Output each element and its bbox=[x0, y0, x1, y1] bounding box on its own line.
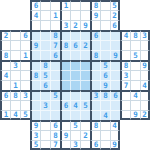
cell-r11c14[interactable]: 2 bbox=[140, 110, 150, 120]
given-digit: 6 bbox=[34, 2, 39, 10]
cell-r2c10[interactable] bbox=[100, 20, 110, 30]
cell-r8c0[interactable] bbox=[0, 80, 10, 90]
cell-r9c0[interactable]: 6 bbox=[0, 90, 10, 100]
cell-r13c9[interactable] bbox=[90, 130, 100, 140]
cell-r11c13[interactable]: 9 bbox=[130, 110, 140, 120]
given-digit: 8 bbox=[133, 32, 138, 40]
cell-r12c12 bbox=[120, 120, 130, 130]
cell-r6c8[interactable] bbox=[80, 60, 90, 70]
cell-r11c7[interactable] bbox=[70, 110, 80, 120]
cell-r14c14 bbox=[140, 140, 150, 150]
cell-r8c3[interactable] bbox=[30, 80, 40, 90]
cell-r6c0[interactable] bbox=[0, 60, 10, 70]
given-digit: 2 bbox=[83, 42, 88, 50]
cell-r11c3[interactable] bbox=[30, 110, 40, 120]
cell-r12c6[interactable] bbox=[60, 120, 70, 130]
cell-r4c1[interactable] bbox=[10, 40, 20, 50]
cell-r14c6[interactable] bbox=[60, 140, 70, 150]
cell-r12c0 bbox=[0, 120, 10, 130]
cell-r8c5[interactable] bbox=[50, 80, 60, 90]
cell-r6c9[interactable] bbox=[90, 60, 100, 70]
cell-r5c5[interactable]: 6 bbox=[50, 50, 60, 60]
cell-r14c8[interactable] bbox=[80, 140, 90, 150]
cell-r7c10[interactable]: 6 bbox=[100, 70, 110, 80]
cell-r10c12[interactable] bbox=[120, 100, 130, 110]
given-digit: 9 bbox=[142, 62, 147, 70]
cell-r14c7[interactable]: 3 bbox=[70, 140, 80, 150]
given-digit: 6 bbox=[43, 82, 48, 90]
cell-r14c0 bbox=[0, 140, 10, 150]
cell-r7c14[interactable] bbox=[140, 70, 150, 80]
cell-r2c6[interactable]: 3 bbox=[60, 20, 70, 30]
given-digit: 8 bbox=[94, 2, 99, 10]
cell-r3c13[interactable]: 8 bbox=[130, 30, 140, 40]
given-digit: 3 bbox=[142, 32, 147, 40]
given-digit: 8 bbox=[103, 92, 108, 100]
cell-r1c3[interactable]: 4 bbox=[30, 10, 40, 20]
cell-r12c4[interactable] bbox=[40, 120, 50, 130]
given-digit: 9 bbox=[133, 111, 138, 119]
cell-r7c13[interactable] bbox=[130, 70, 140, 80]
cell-r0c6[interactable]: 1 bbox=[60, 0, 70, 10]
cell-r0c8[interactable] bbox=[80, 0, 90, 10]
cell-r5c13[interactable]: 5 bbox=[130, 50, 140, 60]
cell-r13c4[interactable] bbox=[40, 130, 50, 140]
cell-r5c3[interactable] bbox=[30, 50, 40, 60]
cell-r1c2 bbox=[20, 10, 30, 20]
cell-r11c1[interactable]: 4 bbox=[10, 110, 20, 120]
cell-r8c9[interactable] bbox=[90, 80, 100, 90]
given-digit: 5 bbox=[103, 62, 108, 70]
cell-r10c0[interactable] bbox=[0, 100, 10, 110]
cell-r8c4[interactable]: 6 bbox=[40, 80, 50, 90]
cell-r13c7[interactable] bbox=[70, 130, 80, 140]
cell-r5c12[interactable] bbox=[120, 50, 130, 60]
cell-r5c4[interactable] bbox=[40, 50, 50, 60]
cell-r14c10[interactable] bbox=[100, 140, 110, 150]
cell-r7c11[interactable] bbox=[110, 70, 120, 80]
cell-r3c0[interactable]: 2 bbox=[0, 30, 10, 40]
given-digit: 5 bbox=[133, 52, 138, 60]
cell-r1c5[interactable]: 1 bbox=[50, 10, 60, 20]
cell-r3c5[interactable]: 8 bbox=[50, 30, 60, 40]
cell-r6c5[interactable] bbox=[50, 60, 60, 70]
cell-r9c12[interactable] bbox=[120, 90, 130, 100]
given-digit: 5 bbox=[83, 102, 88, 110]
cell-r4c14[interactable] bbox=[140, 40, 150, 50]
cell-r13c14 bbox=[140, 130, 150, 140]
cell-r0c0 bbox=[0, 0, 10, 10]
cell-r13c0 bbox=[0, 130, 10, 140]
given-digit: 4 bbox=[13, 111, 18, 119]
cell-r14c11[interactable]: 9 bbox=[110, 140, 120, 150]
given-digit: 3 bbox=[94, 92, 99, 100]
given-digit: 3 bbox=[124, 72, 129, 80]
cell-r1c9[interactable]: 9 bbox=[90, 10, 100, 20]
cell-r5c2[interactable]: 1 bbox=[20, 50, 30, 60]
cell-r4c5[interactable]: 7 bbox=[50, 40, 60, 50]
cell-r5c1[interactable] bbox=[10, 50, 20, 60]
cell-r0c9[interactable]: 8 bbox=[90, 0, 100, 10]
cell-r8c7[interactable] bbox=[70, 80, 80, 90]
cell-r4c0[interactable] bbox=[0, 40, 10, 50]
cell-r4c12[interactable] bbox=[120, 40, 130, 50]
cell-r9c5[interactable]: 5 bbox=[50, 90, 60, 100]
given-digit: 9 bbox=[94, 12, 99, 20]
given-digit: 2 bbox=[83, 132, 88, 140]
given-digit: 8 bbox=[53, 132, 58, 140]
cell-r11c9[interactable] bbox=[90, 110, 100, 120]
given-digit: 4 bbox=[124, 32, 129, 40]
cell-r6c1[interactable]: 3 bbox=[10, 60, 20, 70]
cell-r2c14 bbox=[140, 20, 150, 30]
cell-r8c12[interactable]: 7 bbox=[120, 80, 130, 90]
given-digit: 1 bbox=[23, 52, 28, 60]
cell-r1c8[interactable] bbox=[80, 10, 90, 20]
given-digit: 4 bbox=[73, 102, 78, 110]
given-digit: 1 bbox=[13, 82, 18, 90]
cell-r10c9[interactable] bbox=[90, 100, 100, 110]
cell-r1c10[interactable] bbox=[100, 10, 110, 20]
cell-r13c12 bbox=[120, 130, 130, 140]
cell-r5c11[interactable]: 9 bbox=[110, 50, 120, 60]
cell-r10c14[interactable] bbox=[140, 100, 150, 110]
cell-r9c9[interactable]: 3 bbox=[90, 90, 100, 100]
given-digit: 8 bbox=[94, 52, 99, 60]
cell-r3c3[interactable] bbox=[30, 30, 40, 40]
cell-r1c13 bbox=[130, 10, 140, 20]
given-digit: 9 bbox=[34, 42, 39, 50]
given-digit: 6 bbox=[53, 122, 58, 130]
cell-r12c14 bbox=[140, 120, 150, 130]
cell-r3c14[interactable]: 3 bbox=[140, 30, 150, 40]
cell-r11c0[interactable]: 1 bbox=[0, 110, 10, 120]
cell-r10c7[interactable]: 4 bbox=[70, 100, 80, 110]
given-digit: 8 bbox=[53, 32, 58, 40]
cell-r7c0[interactable]: 4 bbox=[0, 70, 10, 80]
given-digit: 2 bbox=[73, 22, 78, 30]
cell-r8c14[interactable]: 4 bbox=[140, 80, 150, 90]
cell-r12c7[interactable]: 5 bbox=[70, 120, 80, 130]
given-digit: 2 bbox=[142, 111, 147, 119]
cell-r4c7[interactable]: 6 bbox=[70, 40, 80, 50]
cell-r8c11[interactable] bbox=[110, 80, 120, 90]
given-digit: 6 bbox=[23, 32, 28, 40]
given-digit: 6 bbox=[53, 52, 58, 60]
cell-r11c11[interactable] bbox=[110, 110, 120, 120]
cell-r7c4[interactable]: 5 bbox=[40, 70, 50, 80]
cell-r10c6[interactable]: 6 bbox=[60, 100, 70, 110]
cell-r4c4[interactable] bbox=[40, 40, 50, 50]
cell-r11c8[interactable] bbox=[80, 110, 90, 120]
cell-r13c11[interactable] bbox=[110, 130, 120, 140]
cell-r5c6[interactable] bbox=[60, 50, 70, 60]
cell-r14c13 bbox=[130, 140, 140, 150]
cell-r2c3[interactable] bbox=[30, 20, 40, 30]
cell-r9c7[interactable] bbox=[70, 90, 80, 100]
cell-r0c1 bbox=[10, 0, 20, 10]
cell-r9c14[interactable] bbox=[140, 90, 150, 100]
cell-r2c5[interactable] bbox=[50, 20, 60, 30]
cell-r7c7[interactable] bbox=[70, 70, 80, 80]
cell-r3c8[interactable] bbox=[80, 30, 90, 40]
cell-r1c1 bbox=[10, 10, 20, 20]
cell-r6c2[interactable] bbox=[20, 60, 30, 70]
cell-r10c5[interactable] bbox=[50, 100, 60, 110]
cell-r0c14 bbox=[140, 0, 150, 10]
cell-r10c10[interactable] bbox=[100, 100, 110, 110]
given-digit: 5 bbox=[53, 92, 58, 100]
cell-r2c11[interactable]: 6 bbox=[110, 20, 120, 30]
cell-r11c5[interactable] bbox=[50, 110, 60, 120]
given-digit: 3 bbox=[64, 22, 69, 30]
given-digit: 3 bbox=[73, 141, 78, 149]
cell-r1c6[interactable] bbox=[60, 10, 70, 20]
cell-r5c9[interactable]: 8 bbox=[90, 50, 100, 60]
cell-r6c12[interactable]: 8 bbox=[120, 60, 130, 70]
given-digit: 8 bbox=[94, 122, 99, 130]
given-digit: 5 bbox=[112, 2, 117, 10]
cell-r11c6[interactable] bbox=[60, 110, 70, 120]
cell-r10c11[interactable] bbox=[110, 100, 120, 110]
cell-r4c11[interactable] bbox=[110, 40, 120, 50]
cell-r13c8[interactable]: 2 bbox=[80, 130, 90, 140]
given-digit: 9 bbox=[83, 22, 88, 30]
given-digit: 8 bbox=[124, 62, 129, 70]
cell-r12c11[interactable]: 4 bbox=[110, 120, 120, 130]
cell-r8c1[interactable]: 1 bbox=[10, 80, 20, 90]
cell-r1c11[interactable]: 2 bbox=[110, 10, 120, 20]
given-digit: 1 bbox=[64, 2, 69, 10]
cell-r8c10[interactable]: 9 bbox=[100, 80, 110, 90]
cell-r13c2 bbox=[20, 130, 30, 140]
given-digit: 6 bbox=[64, 102, 69, 110]
cell-r9c3[interactable] bbox=[30, 90, 40, 100]
cell-r7c1[interactable] bbox=[10, 70, 20, 80]
given-digit: 6 bbox=[112, 22, 117, 30]
cell-r13c10[interactable] bbox=[100, 130, 110, 140]
cell-r3c2[interactable]: 6 bbox=[20, 30, 30, 40]
given-digit: 9 bbox=[34, 122, 39, 130]
sudoku-board: 6185419232962686483978628168953858948563… bbox=[0, 0, 150, 150]
cell-r0c5[interactable] bbox=[50, 0, 60, 10]
cell-r7c8[interactable] bbox=[80, 70, 90, 80]
given-digit: 3 bbox=[23, 92, 28, 100]
given-digit: 2 bbox=[112, 12, 117, 20]
cell-r6c10[interactable]: 5 bbox=[100, 60, 110, 70]
given-digit: 7 bbox=[124, 82, 129, 90]
cell-r12c10[interactable] bbox=[100, 120, 110, 130]
given-digit: 3 bbox=[43, 102, 48, 110]
cell-r8c8[interactable] bbox=[80, 80, 90, 90]
cell-r6c11[interactable] bbox=[110, 60, 120, 70]
cell-r6c7[interactable] bbox=[70, 60, 80, 70]
given-digit: 4 bbox=[133, 92, 138, 100]
given-digit: 4 bbox=[142, 82, 147, 90]
given-digit: 1 bbox=[53, 12, 58, 20]
cell-r14c1 bbox=[10, 140, 20, 150]
cell-r9c1[interactable]: 8 bbox=[10, 90, 20, 100]
given-digit: 8 bbox=[13, 92, 18, 100]
given-digit: 5 bbox=[23, 111, 28, 119]
cell-r6c14[interactable]: 9 bbox=[140, 60, 150, 70]
given-digit: 5 bbox=[34, 141, 39, 149]
cell-r3c1[interactable] bbox=[10, 30, 20, 40]
cell-r9c11[interactable]: 6 bbox=[110, 90, 120, 100]
cell-r4c9[interactable] bbox=[90, 40, 100, 50]
given-digit: 9 bbox=[112, 141, 117, 149]
cell-r10c4[interactable]: 3 bbox=[40, 100, 50, 110]
given-digit: 6 bbox=[113, 92, 118, 100]
cell-r4c2[interactable] bbox=[20, 40, 30, 50]
cell-r2c4[interactable] bbox=[40, 20, 50, 30]
cell-r5c8[interactable] bbox=[80, 50, 90, 60]
cell-r7c9[interactable] bbox=[90, 70, 100, 80]
cell-r11c2[interactable]: 5 bbox=[20, 110, 30, 120]
cell-r0c13 bbox=[130, 0, 140, 10]
cell-r0c3[interactable]: 6 bbox=[30, 0, 40, 10]
cell-r10c2[interactable] bbox=[20, 100, 30, 110]
given-digit: 1 bbox=[4, 111, 9, 119]
cell-r4c13[interactable] bbox=[130, 40, 140, 50]
cell-r0c12 bbox=[120, 0, 130, 10]
cell-r0c10[interactable] bbox=[100, 0, 110, 10]
cell-r1c7[interactable] bbox=[70, 10, 80, 20]
cell-r13c3[interactable]: 3 bbox=[30, 130, 40, 140]
cell-r13c5[interactable]: 8 bbox=[50, 130, 60, 140]
given-digit: 6 bbox=[94, 32, 99, 40]
given-digit: 3 bbox=[34, 132, 39, 140]
cell-r11c10[interactable]: 4 bbox=[100, 110, 110, 120]
cell-r4c10[interactable] bbox=[100, 40, 110, 50]
cell-r8c6[interactable] bbox=[60, 80, 70, 90]
cell-r4c3[interactable]: 9 bbox=[30, 40, 40, 50]
cell-r5c10[interactable] bbox=[100, 50, 110, 60]
cell-r12c2 bbox=[20, 120, 30, 130]
cell-r12c9[interactable]: 8 bbox=[90, 120, 100, 130]
cell-r11c4[interactable] bbox=[40, 110, 50, 120]
given-digit: 5 bbox=[43, 72, 48, 80]
cell-r12c5[interactable]: 6 bbox=[50, 120, 60, 130]
cell-r14c5[interactable]: 7 bbox=[50, 140, 60, 150]
given-digit: 6 bbox=[73, 42, 78, 50]
cell-r3c12[interactable]: 4 bbox=[120, 30, 130, 40]
cell-r1c14 bbox=[140, 10, 150, 20]
cell-r1c0 bbox=[0, 10, 10, 20]
cell-r2c9[interactable] bbox=[90, 20, 100, 30]
cell-r10c1[interactable] bbox=[10, 100, 20, 110]
cell-r7c6[interactable] bbox=[60, 70, 70, 80]
cell-r14c4[interactable] bbox=[40, 140, 50, 150]
cell-r3c6[interactable] bbox=[60, 30, 70, 40]
given-digit: 9 bbox=[103, 82, 108, 90]
cell-r14c9[interactable]: 6 bbox=[90, 140, 100, 150]
cell-r2c0 bbox=[0, 20, 10, 30]
given-digit: 6 bbox=[94, 141, 99, 149]
cell-r3c11[interactable] bbox=[110, 30, 120, 40]
given-digit: 8 bbox=[4, 52, 9, 60]
given-digit: 3 bbox=[13, 62, 18, 70]
given-digit: 6 bbox=[4, 92, 9, 100]
cell-r1c4[interactable] bbox=[40, 10, 50, 20]
cell-r9c13[interactable]: 4 bbox=[130, 90, 140, 100]
cell-r5c0[interactable]: 8 bbox=[0, 50, 10, 60]
cell-r2c8[interactable]: 9 bbox=[80, 20, 90, 30]
cell-r4c6[interactable]: 8 bbox=[60, 40, 70, 50]
given-digit: 2 bbox=[4, 32, 9, 40]
given-digit: 4 bbox=[103, 112, 108, 120]
cell-r14c3[interactable]: 5 bbox=[30, 140, 40, 150]
given-digit: 7 bbox=[53, 42, 58, 50]
given-digit: 9 bbox=[113, 52, 118, 60]
cell-r5c14[interactable] bbox=[140, 50, 150, 60]
cell-r2c1 bbox=[10, 20, 20, 30]
cell-r4c8[interactable]: 2 bbox=[80, 40, 90, 50]
flower-sudoku-page: 6185419232962686483978628168953858948563… bbox=[0, 0, 150, 150]
cell-r7c12[interactable]: 3 bbox=[120, 70, 130, 80]
cell-r9c4[interactable] bbox=[40, 90, 50, 100]
cell-r12c1 bbox=[10, 120, 20, 130]
cell-r3c7[interactable] bbox=[70, 30, 80, 40]
cell-r9c8[interactable] bbox=[80, 90, 90, 100]
cell-r14c2 bbox=[20, 140, 30, 150]
cell-r0c11[interactable]: 5 bbox=[110, 0, 120, 10]
cell-r9c6[interactable] bbox=[60, 90, 70, 100]
cell-r3c4[interactable] bbox=[40, 30, 50, 40]
cell-r11c12[interactable] bbox=[120, 110, 130, 120]
cell-r2c12 bbox=[120, 20, 130, 30]
cell-r9c10[interactable]: 8 bbox=[100, 90, 110, 100]
cell-r7c5[interactable] bbox=[50, 70, 60, 80]
cell-r3c9[interactable]: 6 bbox=[90, 30, 100, 40]
given-digit: 6 bbox=[103, 72, 108, 80]
cell-r14c12 bbox=[120, 140, 130, 150]
cell-r10c3[interactable] bbox=[30, 100, 40, 110]
cell-r9c2[interactable]: 3 bbox=[20, 90, 30, 100]
given-digit: 7 bbox=[53, 141, 58, 149]
cell-r5c7[interactable] bbox=[70, 50, 80, 60]
cell-r2c7[interactable]: 2 bbox=[70, 20, 80, 30]
cell-r0c4[interactable] bbox=[40, 0, 50, 10]
cell-r7c2[interactable] bbox=[20, 70, 30, 80]
given-digit: 4 bbox=[4, 72, 9, 80]
cell-r8c2[interactable] bbox=[20, 80, 30, 90]
cell-r10c8[interactable]: 5 bbox=[80, 100, 90, 110]
cell-r6c6[interactable] bbox=[60, 60, 70, 70]
cell-r6c3[interactable] bbox=[30, 60, 40, 70]
cell-r0c7[interactable] bbox=[70, 0, 80, 10]
given-digit: 8 bbox=[43, 62, 48, 70]
cell-r3c10[interactable] bbox=[100, 30, 110, 40]
given-digit: 5 bbox=[73, 122, 78, 130]
given-digit: 8 bbox=[34, 72, 39, 80]
cell-r0c2 bbox=[20, 0, 30, 10]
cell-r7c3[interactable]: 8 bbox=[30, 70, 40, 80]
cell-r13c6[interactable]: 9 bbox=[60, 130, 70, 140]
given-digit: 4 bbox=[112, 122, 117, 130]
cell-r13c13 bbox=[130, 130, 140, 140]
cell-r6c13[interactable] bbox=[130, 60, 140, 70]
cell-r13c1 bbox=[10, 130, 20, 140]
cell-r12c13 bbox=[130, 120, 140, 130]
cell-r8c13[interactable] bbox=[130, 80, 140, 90]
cell-r12c8[interactable] bbox=[80, 120, 90, 130]
cell-r2c13 bbox=[130, 20, 140, 30]
cell-r6c4[interactable]: 8 bbox=[40, 60, 50, 70]
cell-r12c3[interactable]: 9 bbox=[30, 120, 40, 130]
given-digit: 9 bbox=[64, 132, 69, 140]
cell-r10c13[interactable] bbox=[130, 100, 140, 110]
